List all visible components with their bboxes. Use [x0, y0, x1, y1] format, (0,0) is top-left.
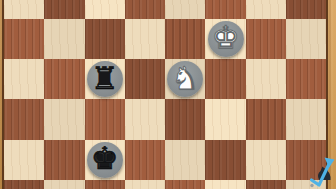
white-knight-glyph: ♞ [171, 63, 199, 94]
square-e8[interactable] [165, 0, 205, 19]
square-f3[interactable] [205, 180, 245, 189]
square-h7[interactable] [286, 19, 326, 59]
square-g3[interactable] [246, 180, 286, 189]
square-c5[interactable] [85, 99, 125, 139]
board-frame: ♚♞♜♚ [0, 0, 336, 189]
square-d5[interactable] [125, 99, 165, 139]
white-king-glyph: ♚ [212, 22, 240, 53]
square-f4[interactable] [205, 140, 245, 180]
square-d8[interactable] [125, 0, 165, 19]
square-a6[interactable] [4, 59, 44, 99]
square-b5[interactable] [44, 99, 84, 139]
square-g7[interactable] [246, 19, 286, 59]
square-g8[interactable] [246, 0, 286, 19]
black-rook-glyph: ♜ [91, 63, 119, 94]
square-a3[interactable] [4, 180, 44, 189]
square-d4[interactable] [125, 140, 165, 180]
square-a8[interactable] [4, 0, 44, 19]
square-f8[interactable] [205, 0, 245, 19]
white-knight[interactable]: ♞ [167, 61, 203, 97]
square-c7[interactable] [85, 19, 125, 59]
square-e5[interactable] [165, 99, 205, 139]
square-g5[interactable] [246, 99, 286, 139]
black-king-glyph: ♚ [91, 143, 119, 174]
square-d7[interactable] [125, 19, 165, 59]
black-king[interactable]: ♚ [87, 142, 123, 178]
square-e7[interactable] [165, 19, 205, 59]
square-g6[interactable] [246, 59, 286, 99]
square-b7[interactable] [44, 19, 84, 59]
watermark-dot-icon [310, 184, 313, 187]
square-b6[interactable] [44, 59, 84, 99]
square-a5[interactable] [4, 99, 44, 139]
square-e4[interactable] [165, 140, 205, 180]
square-h5[interactable] [286, 99, 326, 139]
square-e3[interactable] [165, 180, 205, 189]
square-b3[interactable] [44, 180, 84, 189]
square-b4[interactable] [44, 140, 84, 180]
chessboard: ♚♞♜♚ [4, 0, 326, 189]
watermark-logo [308, 154, 335, 189]
square-g4[interactable] [246, 140, 286, 180]
black-rook[interactable]: ♜ [87, 61, 123, 97]
square-h6[interactable] [286, 59, 326, 99]
square-d6[interactable] [125, 59, 165, 99]
square-a4[interactable] [4, 140, 44, 180]
square-c3[interactable] [85, 180, 125, 189]
square-d3[interactable] [125, 180, 165, 189]
square-c8[interactable] [85, 0, 125, 19]
square-f6[interactable] [205, 59, 245, 99]
square-a7[interactable] [4, 19, 44, 59]
watermark-arrowhead-icon [325, 158, 335, 168]
square-f5[interactable] [205, 99, 245, 139]
square-h8[interactable] [286, 0, 326, 19]
square-b8[interactable] [44, 0, 84, 19]
white-king[interactable]: ♚ [208, 21, 244, 57]
